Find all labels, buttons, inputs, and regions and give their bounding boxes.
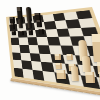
piece-black-pawn-b6[interactable] (20, 31, 24, 35)
piece-black-pawn-a6[interactable] (12, 31, 16, 35)
piece-black-rook-d8[interactable] (34, 13, 41, 20)
piece-white-rook-h1[interactable] (99, 72, 100, 85)
pieces-layer (0, 0, 100, 100)
chess-set-photo (0, 0, 100, 100)
piece-white-pawn-f3[interactable] (66, 54, 73, 60)
piece-black-knight-d7[interactable] (36, 20, 42, 27)
piece-black-pawn-d6[interactable] (38, 29, 43, 34)
piece-white-bishop-g2[interactable] (82, 56, 91, 72)
piece-white-pawn-e2[interactable] (56, 63, 63, 69)
piece-white-bishop-f1[interactable] (70, 66, 79, 81)
piece-black-knight-a7[interactable] (11, 23, 16, 29)
piece-white-rook-e1[interactable] (56, 70, 66, 79)
piece-black-rook-a8[interactable] (10, 17, 15, 23)
piece-white-knight-g1[interactable] (85, 72, 95, 83)
piece-white-king-h3[interactable] (91, 34, 100, 62)
piece-white-pawn-e3[interactable] (54, 54, 60, 60)
piece-black-pawn-c6[interactable] (29, 30, 34, 35)
